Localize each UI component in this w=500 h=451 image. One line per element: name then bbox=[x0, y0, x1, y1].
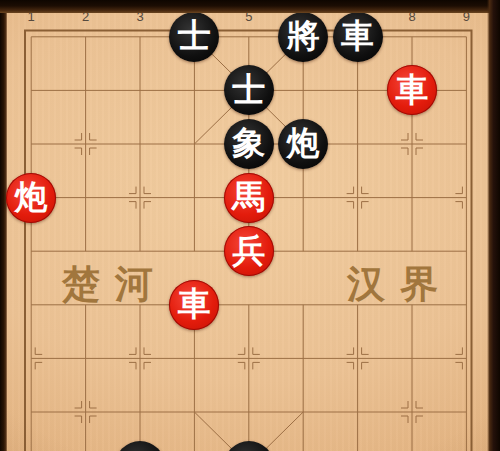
piece-black-advisor[interactable]: 士 bbox=[224, 65, 274, 115]
board-frame-top bbox=[0, 0, 500, 13]
piece-glyph: 馬 bbox=[232, 180, 265, 213]
piece-glyph: 炮 bbox=[287, 126, 320, 159]
piece-red-chariot[interactable]: 車 bbox=[169, 280, 219, 330]
piece-red-chariot[interactable]: 車 bbox=[387, 65, 437, 115]
piece-black-unknown-piece[interactable] bbox=[224, 441, 274, 451]
piece-black-general[interactable]: 將 bbox=[278, 12, 328, 62]
piece-glyph: 象 bbox=[232, 126, 265, 159]
piece-red-horse[interactable]: 馬 bbox=[224, 173, 274, 223]
piece-layer: 士將車士車象炮炮馬兵車 bbox=[4, 10, 494, 451]
xiangqi-board: 123456789 楚河 汉界 士將車士車象炮炮馬兵車 bbox=[0, 0, 500, 451]
piece-black-cannon[interactable]: 炮 bbox=[278, 119, 328, 169]
piece-red-soldier[interactable]: 兵 bbox=[224, 226, 274, 276]
piece-black-advisor[interactable]: 士 bbox=[169, 12, 219, 62]
piece-glyph: 炮 bbox=[15, 180, 48, 213]
piece-glyph: 車 bbox=[395, 73, 428, 106]
piece-black-chariot[interactable]: 車 bbox=[333, 12, 383, 62]
piece-glyph: 車 bbox=[341, 19, 374, 52]
piece-glyph: 兵 bbox=[232, 234, 265, 267]
piece-glyph: 士 bbox=[178, 19, 211, 52]
piece-glyph: 士 bbox=[232, 73, 265, 106]
piece-black-unknown-piece[interactable] bbox=[115, 441, 165, 451]
piece-glyph: 車 bbox=[178, 287, 211, 320]
board-frame-right bbox=[487, 0, 500, 451]
piece-glyph: 將 bbox=[287, 19, 320, 52]
piece-red-cannon[interactable]: 炮 bbox=[6, 173, 56, 223]
piece-black-elephant[interactable]: 象 bbox=[224, 119, 274, 169]
